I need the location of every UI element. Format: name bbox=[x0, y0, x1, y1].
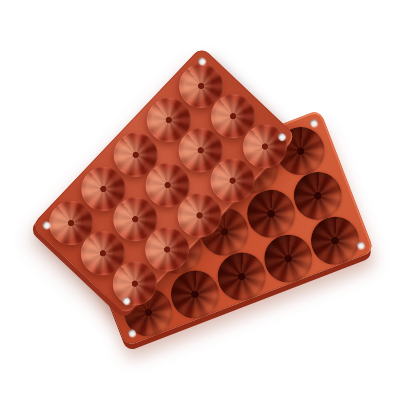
product-photo bbox=[0, 0, 400, 400]
